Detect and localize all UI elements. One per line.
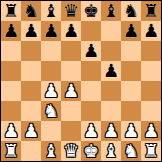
- piece-white-pawn[interactable]: ♟: [123, 121, 139, 141]
- square-b8[interactable]: ♞: [21, 1, 41, 21]
- square-b6[interactable]: [21, 41, 41, 61]
- square-a6[interactable]: [1, 41, 21, 61]
- piece-white-rook[interactable]: ♜: [3, 141, 19, 161]
- square-f4[interactable]: [101, 81, 121, 101]
- square-g5[interactable]: [121, 61, 141, 81]
- square-b4[interactable]: [21, 81, 41, 101]
- square-f2[interactable]: ♟: [101, 121, 121, 141]
- piece-white-pawn[interactable]: ♟: [83, 121, 99, 141]
- piece-black-pawn[interactable]: ♟: [123, 21, 139, 41]
- square-d5[interactable]: [61, 61, 81, 81]
- square-d6[interactable]: [61, 41, 81, 61]
- square-c6[interactable]: [41, 41, 61, 61]
- square-c1[interactable]: ♝: [41, 141, 61, 161]
- piece-black-knight[interactable]: ♞: [123, 1, 139, 21]
- piece-white-king[interactable]: ♚: [83, 141, 99, 161]
- square-b5[interactable]: [21, 61, 41, 81]
- square-f3[interactable]: [101, 101, 121, 121]
- piece-black-bishop[interactable]: ♝: [103, 1, 119, 21]
- piece-white-pawn[interactable]: ♟: [43, 81, 59, 101]
- piece-black-bishop[interactable]: ♝: [43, 1, 59, 21]
- square-a3[interactable]: [1, 101, 21, 121]
- square-g6[interactable]: [121, 41, 141, 61]
- square-a2[interactable]: ♟: [1, 121, 21, 141]
- square-g1[interactable]: ♞: [121, 141, 141, 161]
- square-c8[interactable]: ♝: [41, 1, 61, 21]
- square-b7[interactable]: ♟: [21, 21, 41, 41]
- square-f5[interactable]: ♟: [101, 61, 121, 81]
- square-e2[interactable]: ♟: [81, 121, 101, 141]
- square-a8[interactable]: ♜: [1, 1, 21, 21]
- square-h1[interactable]: ♜: [141, 141, 161, 161]
- piece-black-pawn[interactable]: ♟: [23, 21, 39, 41]
- square-e8[interactable]: ♚: [81, 1, 101, 21]
- piece-black-pawn[interactable]: ♟: [143, 21, 159, 41]
- piece-white-bishop[interactable]: ♝: [43, 141, 59, 161]
- square-c7[interactable]: ♟: [41, 21, 61, 41]
- square-g8[interactable]: ♞: [121, 1, 141, 21]
- square-e1[interactable]: ♚: [81, 141, 101, 161]
- square-b3[interactable]: [21, 101, 41, 121]
- piece-black-rook[interactable]: ♜: [3, 1, 19, 21]
- piece-white-rook[interactable]: ♜: [143, 141, 159, 161]
- square-g4[interactable]: [121, 81, 141, 101]
- piece-white-pawn[interactable]: ♟: [63, 81, 79, 101]
- square-h7[interactable]: ♟: [141, 21, 161, 41]
- square-e3[interactable]: [81, 101, 101, 121]
- piece-black-pawn[interactable]: ♟: [83, 41, 99, 61]
- square-c4[interactable]: ♟: [41, 81, 61, 101]
- piece-black-knight[interactable]: ♞: [23, 1, 39, 21]
- square-b1[interactable]: [21, 141, 41, 161]
- square-e4[interactable]: [81, 81, 101, 101]
- square-d7[interactable]: ♟: [61, 21, 81, 41]
- square-h5[interactable]: [141, 61, 161, 81]
- square-e5[interactable]: [81, 61, 101, 81]
- piece-white-queen[interactable]: ♛: [63, 141, 79, 161]
- square-f1[interactable]: ♝: [101, 141, 121, 161]
- piece-black-pawn[interactable]: ♟: [3, 21, 19, 41]
- square-a1[interactable]: ♜: [1, 141, 21, 161]
- square-f8[interactable]: ♝: [101, 1, 121, 21]
- piece-white-knight[interactable]: ♞: [43, 101, 59, 121]
- square-d1[interactable]: ♛: [61, 141, 81, 161]
- square-c3[interactable]: ♞: [41, 101, 61, 121]
- piece-black-king[interactable]: ♚: [83, 1, 99, 21]
- square-c5[interactable]: [41, 61, 61, 81]
- chess-board: ♜♞♝♛♚♝♞♜♟♟♟♟♟♟♟♟♟♟♞♟♟♟♟♟♟♜♝♛♚♝♞♜: [0, 0, 162, 162]
- square-e7[interactable]: [81, 21, 101, 41]
- piece-white-pawn[interactable]: ♟: [103, 121, 119, 141]
- square-d4[interactable]: ♟: [61, 81, 81, 101]
- piece-white-pawn[interactable]: ♟: [143, 121, 159, 141]
- square-c2[interactable]: [41, 121, 61, 141]
- board-grid: ♜♞♝♛♚♝♞♜♟♟♟♟♟♟♟♟♟♟♞♟♟♟♟♟♟♜♝♛♚♝♞♜: [1, 1, 161, 161]
- square-e6[interactable]: ♟: [81, 41, 101, 61]
- square-h2[interactable]: ♟: [141, 121, 161, 141]
- square-f6[interactable]: [101, 41, 121, 61]
- square-d8[interactable]: ♛: [61, 1, 81, 21]
- piece-black-queen[interactable]: ♛: [63, 1, 79, 21]
- piece-black-pawn[interactable]: ♟: [43, 21, 59, 41]
- piece-black-pawn[interactable]: ♟: [63, 21, 79, 41]
- square-a5[interactable]: [1, 61, 21, 81]
- square-f7[interactable]: [101, 21, 121, 41]
- piece-black-rook[interactable]: ♜: [143, 1, 159, 21]
- square-h6[interactable]: [141, 41, 161, 61]
- piece-white-knight[interactable]: ♞: [123, 141, 139, 161]
- square-g3[interactable]: [121, 101, 141, 121]
- piece-white-pawn[interactable]: ♟: [3, 121, 19, 141]
- square-a7[interactable]: ♟: [1, 21, 21, 41]
- square-h8[interactable]: ♜: [141, 1, 161, 21]
- square-g7[interactable]: ♟: [121, 21, 141, 41]
- square-h4[interactable]: [141, 81, 161, 101]
- square-g2[interactable]: ♟: [121, 121, 141, 141]
- piece-white-pawn[interactable]: ♟: [23, 121, 39, 141]
- square-d2[interactable]: [61, 121, 81, 141]
- square-a4[interactable]: [1, 81, 21, 101]
- square-b2[interactable]: ♟: [21, 121, 41, 141]
- piece-white-bishop[interactable]: ♝: [103, 141, 119, 161]
- piece-black-pawn[interactable]: ♟: [103, 61, 119, 81]
- square-d3[interactable]: [61, 101, 81, 121]
- square-h3[interactable]: [141, 101, 161, 121]
